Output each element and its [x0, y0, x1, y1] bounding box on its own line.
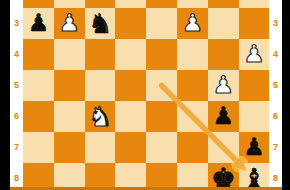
square-f5[interactable] — [85, 70, 116, 101]
black-knight[interactable]: ♞ — [85, 8, 116, 39]
square-d7[interactable] — [146, 132, 177, 163]
square-d4[interactable] — [146, 39, 177, 70]
square-h4[interactable] — [23, 39, 54, 70]
square-d8[interactable] — [146, 163, 177, 190]
square-d6[interactable] — [146, 101, 177, 132]
square-d2-partial[interactable] — [146, 0, 177, 8]
rank-label-3: 3 — [269, 8, 282, 39]
square-g4[interactable] — [54, 39, 85, 70]
rank-label-5: 5 — [269, 70, 282, 101]
black-pawn[interactable]: ♟ — [208, 101, 239, 132]
square-a3[interactable] — [239, 8, 270, 39]
rank-label-8: 8 — [10, 163, 23, 190]
square-g8[interactable] — [54, 163, 85, 190]
square-e3[interactable] — [115, 8, 146, 39]
rank-label-6: 6 — [10, 101, 23, 132]
square-b3[interactable] — [208, 8, 239, 39]
rank-label-4: 4 — [269, 39, 282, 70]
rank-label-7: 7 — [269, 132, 282, 163]
rank-label-3: 3 — [10, 8, 23, 39]
square-g7[interactable] — [54, 132, 85, 163]
square-a6[interactable] — [239, 101, 270, 132]
black-bishop[interactable]: ♝ — [239, 163, 270, 190]
square-f7[interactable] — [85, 132, 116, 163]
square-d5[interactable] — [146, 70, 177, 101]
white-pawn[interactable]: ♟ — [208, 70, 239, 101]
square-e7[interactable] — [115, 132, 146, 163]
square-f2-partial[interactable] — [85, 0, 116, 8]
square-b4[interactable] — [208, 39, 239, 70]
square-b7[interactable] — [208, 132, 239, 163]
white-pawn[interactable]: ♟ — [177, 8, 208, 39]
rank-label-8: 8 — [269, 163, 282, 190]
square-h6[interactable] — [23, 101, 54, 132]
square-f4[interactable] — [85, 39, 116, 70]
square-f8[interactable] — [85, 163, 116, 190]
square-e2-partial[interactable] — [115, 0, 146, 8]
square-g6[interactable] — [54, 101, 85, 132]
square-c8[interactable] — [177, 163, 208, 190]
square-a5[interactable] — [239, 70, 270, 101]
white-pawn[interactable]: ♟ — [54, 8, 85, 39]
square-c2-partial[interactable] — [177, 0, 208, 8]
square-c6[interactable] — [177, 101, 208, 132]
chess-board[interactable]: ♟♟♞♟♟♟♞♟♟♚♝ — [23, 0, 270, 190]
square-e8[interactable] — [115, 163, 146, 190]
rank-label-6: 6 — [269, 101, 282, 132]
chess-board-screenshot: 345678 345678 ♟♟♞♟♟♟♞♟♟♚♝ — [0, 0, 290, 190]
square-g5[interactable] — [54, 70, 85, 101]
square-b2-partial[interactable] — [208, 0, 239, 8]
square-h7[interactable] — [23, 132, 54, 163]
square-h8[interactable] — [23, 163, 54, 190]
square-e5[interactable] — [115, 70, 146, 101]
square-h2-partial[interactable] — [23, 0, 54, 8]
rank-label-7: 7 — [10, 132, 23, 163]
square-e6[interactable] — [115, 101, 146, 132]
rank-labels-strip-right: 345678 — [269, 0, 282, 190]
square-d3[interactable] — [146, 8, 177, 39]
black-pawn[interactable]: ♟ — [239, 132, 270, 163]
square-c4[interactable] — [177, 39, 208, 70]
white-knight[interactable]: ♞ — [85, 101, 116, 132]
rank-label-4: 4 — [10, 39, 23, 70]
square-a2-partial[interactable] — [239, 0, 270, 8]
board-bottom-edge — [10, 187, 282, 190]
black-king[interactable]: ♚ — [208, 163, 239, 190]
square-g2-partial[interactable] — [54, 0, 85, 8]
square-c5[interactable] — [177, 70, 208, 101]
white-pawn[interactable]: ♟ — [239, 39, 270, 70]
square-e4[interactable] — [115, 39, 146, 70]
square-h5[interactable] — [23, 70, 54, 101]
rank-labels-strip-left: 345678 — [10, 0, 23, 190]
rank-label-5: 5 — [10, 70, 23, 101]
square-c7[interactable] — [177, 132, 208, 163]
black-pawn[interactable]: ♟ — [23, 8, 54, 39]
